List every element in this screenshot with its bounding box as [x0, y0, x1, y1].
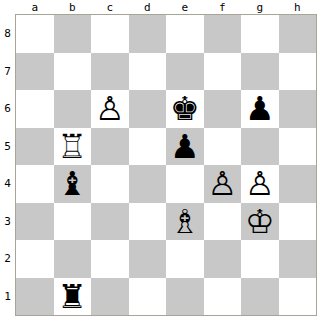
square-g4[interactable]: ♙	[241, 165, 279, 203]
square-a6[interactable]	[16, 90, 54, 128]
square-b1[interactable]: ♜	[54, 278, 92, 316]
rank-label-3: 3	[0, 203, 15, 241]
piece-black-pawn[interactable]: ♟	[170, 130, 200, 163]
square-f5[interactable]	[204, 128, 242, 166]
square-a1[interactable]	[16, 278, 54, 316]
square-h8[interactable]	[279, 15, 317, 53]
square-d2[interactable]	[129, 240, 167, 278]
square-c3[interactable]	[91, 203, 129, 241]
square-b8[interactable]	[54, 15, 92, 53]
square-g1[interactable]	[241, 278, 279, 316]
file-label-c: c	[91, 0, 129, 14]
piece-white-king[interactable]: ♔	[245, 205, 275, 238]
file-label-a: a	[16, 0, 54, 14]
square-f6[interactable]	[204, 90, 242, 128]
square-c2[interactable]	[91, 240, 129, 278]
rank-label-8: 8	[0, 15, 15, 53]
piece-white-bishop[interactable]: ♗	[170, 205, 200, 238]
file-label-d: d	[129, 0, 167, 14]
square-e4[interactable]	[166, 165, 204, 203]
square-h4[interactable]	[279, 165, 317, 203]
square-h3[interactable]	[279, 203, 317, 241]
square-e3[interactable]: ♗	[166, 203, 204, 241]
square-a8[interactable]	[16, 15, 54, 53]
rank-label-6: 6	[0, 90, 15, 128]
rank-label-2: 2	[0, 240, 15, 278]
square-a3[interactable]	[16, 203, 54, 241]
square-g7[interactable]	[241, 53, 279, 91]
square-h7[interactable]	[279, 53, 317, 91]
square-d4[interactable]	[129, 165, 167, 203]
square-a4[interactable]	[16, 165, 54, 203]
square-f3[interactable]	[204, 203, 242, 241]
square-g2[interactable]	[241, 240, 279, 278]
square-f2[interactable]	[204, 240, 242, 278]
square-c1[interactable]	[91, 278, 129, 316]
square-b7[interactable]	[54, 53, 92, 91]
file-label-h: h	[279, 0, 317, 14]
square-e8[interactable]	[166, 15, 204, 53]
rank-label-7: 7	[0, 53, 15, 91]
square-f1[interactable]	[204, 278, 242, 316]
square-f8[interactable]	[204, 15, 242, 53]
file-label-f: f	[204, 0, 242, 14]
square-a5[interactable]	[16, 128, 54, 166]
chess-board: ♙♚♟♖♟♝♙♙♗♔♜	[15, 14, 317, 316]
piece-white-pawn[interactable]: ♙	[207, 167, 237, 200]
rank-label-4: 4	[0, 165, 15, 203]
square-f7[interactable]	[204, 53, 242, 91]
square-a2[interactable]	[16, 240, 54, 278]
file-label-b: b	[54, 0, 92, 14]
square-d3[interactable]	[129, 203, 167, 241]
square-c6[interactable]: ♙	[91, 90, 129, 128]
square-e2[interactable]	[166, 240, 204, 278]
square-b3[interactable]	[54, 203, 92, 241]
square-g5[interactable]	[241, 128, 279, 166]
piece-white-rook[interactable]: ♖	[57, 130, 87, 163]
square-b5[interactable]: ♖	[54, 128, 92, 166]
piece-black-rook[interactable]: ♜	[57, 280, 87, 313]
square-d7[interactable]	[129, 53, 167, 91]
rank-label-5: 5	[0, 128, 15, 166]
square-g3[interactable]: ♔	[241, 203, 279, 241]
square-e5[interactable]: ♟	[166, 128, 204, 166]
chess-diagram: abcdefgh 87654321 ♙♚♟♖♟♝♙♙♗♔♜	[0, 0, 320, 320]
square-g8[interactable]	[241, 15, 279, 53]
square-d8[interactable]	[129, 15, 167, 53]
square-b2[interactable]	[54, 240, 92, 278]
square-f4[interactable]: ♙	[204, 165, 242, 203]
piece-white-pawn[interactable]: ♙	[95, 92, 125, 125]
square-c8[interactable]	[91, 15, 129, 53]
file-label-e: e	[166, 0, 204, 14]
piece-black-king[interactable]: ♚	[170, 92, 200, 125]
rank-labels: 87654321	[0, 15, 15, 315]
square-h1[interactable]	[279, 278, 317, 316]
square-a7[interactable]	[16, 53, 54, 91]
square-c5[interactable]	[91, 128, 129, 166]
square-d5[interactable]	[129, 128, 167, 166]
piece-black-bishop[interactable]: ♝	[57, 167, 87, 200]
square-e6[interactable]: ♚	[166, 90, 204, 128]
file-label-g: g	[241, 0, 279, 14]
square-b6[interactable]	[54, 90, 92, 128]
square-d1[interactable]	[129, 278, 167, 316]
file-labels: abcdefgh	[16, 0, 316, 14]
square-b4[interactable]: ♝	[54, 165, 92, 203]
square-h2[interactable]	[279, 240, 317, 278]
square-c4[interactable]	[91, 165, 129, 203]
piece-white-pawn[interactable]: ♙	[245, 167, 275, 200]
square-h6[interactable]	[279, 90, 317, 128]
square-c7[interactable]	[91, 53, 129, 91]
piece-black-pawn[interactable]: ♟	[245, 92, 275, 125]
square-e1[interactable]	[166, 278, 204, 316]
square-h5[interactable]	[279, 128, 317, 166]
rank-label-1: 1	[0, 278, 15, 316]
square-g6[interactable]: ♟	[241, 90, 279, 128]
square-d6[interactable]	[129, 90, 167, 128]
square-e7[interactable]	[166, 53, 204, 91]
